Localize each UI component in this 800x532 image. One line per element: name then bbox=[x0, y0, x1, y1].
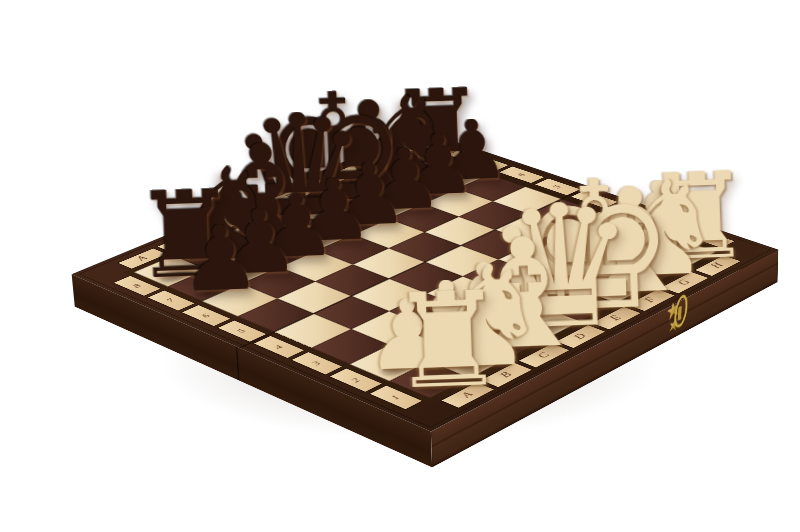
box-fold-seam-left bbox=[236, 346, 240, 381]
white-rook[interactable]: ♜ bbox=[388, 287, 509, 393]
product-photo-stage: ♜♞♝♛♚♝♞♜♟♟♟♟♟♟♟♟♟♟♟♟♟♟♟♟♜♞♝♛♚♝♞♜ AA88BB7… bbox=[0, 0, 800, 532]
black-pawn[interactable]: ♟ bbox=[179, 223, 262, 296]
chess-board-box: ♜♞♝♛♚♝♞♜♟♟♟♟♟♟♟♟♟♟♟♟♟♟♟♟♜♞♝♛♚♝♞♜ AA88BB7… bbox=[72, 130, 779, 432]
photo-scene: ♜♞♝♛♚♝♞♜♟♟♟♟♟♟♟♟♟♟♟♟♟♟♟♟♜♞♝♛♚♝♞♜ AA88BB7… bbox=[0, 0, 800, 532]
board-top: ♜♞♝♛♚♝♞♜♟♟♟♟♟♟♟♟♟♟♟♟♟♟♟♟♜♞♝♛♚♝♞♜ AA88BB7… bbox=[72, 130, 779, 432]
